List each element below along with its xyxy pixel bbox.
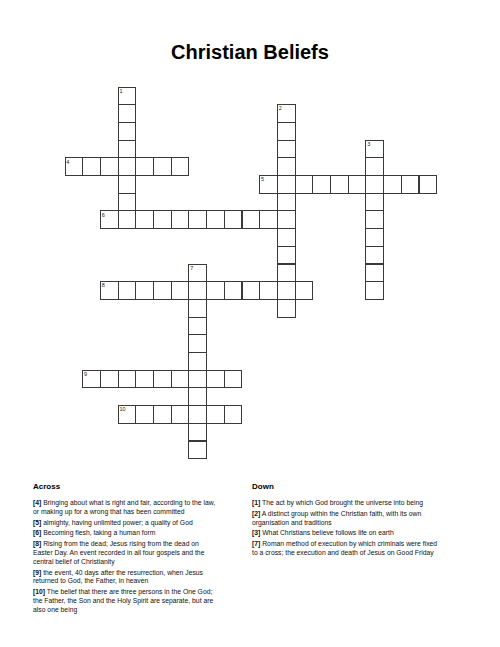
grid-cell[interactable] — [118, 122, 137, 141]
grid-cell[interactable] — [135, 210, 154, 229]
grid-cell[interactable] — [206, 281, 225, 300]
grid-cell[interactable] — [277, 122, 296, 141]
clue-label: [10] — [33, 588, 45, 595]
grid-cell[interactable] — [153, 210, 172, 229]
puzzle-title: Christian Beliefs — [0, 41, 500, 63]
grid-cell[interactable] — [295, 175, 314, 194]
grid-cell[interactable] — [259, 175, 278, 194]
grid-cell[interactable] — [135, 405, 154, 424]
clue-item: [6] Becoming flesh, taking a human form — [33, 529, 251, 538]
clue-text: The belief that there are three persons … — [33, 588, 213, 613]
grid-cell[interactable] — [188, 264, 207, 283]
grid-cell[interactable] — [100, 370, 119, 389]
grid-cell[interactable] — [224, 370, 243, 389]
across-clue-list: [4] Bringing about what is right and fai… — [33, 499, 251, 615]
clue-text: What Christians believe follows life on … — [262, 529, 393, 536]
grid-cell[interactable] — [171, 210, 190, 229]
grid-cell[interactable] — [188, 405, 207, 424]
grid-cell[interactable] — [242, 210, 261, 229]
grid-cell[interactable] — [365, 228, 384, 247]
grid-cell[interactable] — [383, 175, 402, 194]
grid-cell[interactable] — [188, 387, 207, 406]
grid-cell[interactable] — [330, 175, 349, 194]
grid-cell[interactable] — [419, 175, 438, 194]
clue-item: [7] Roman method of execution by which c… — [252, 540, 470, 558]
grid-cell[interactable] — [365, 246, 384, 265]
grid-cell[interactable] — [153, 370, 172, 389]
clue-label: [6] — [33, 529, 41, 536]
grid-cell[interactable] — [224, 405, 243, 424]
grid-cell[interactable] — [277, 175, 296, 194]
clue-label: [8] — [33, 540, 41, 547]
grid-cell[interactable] — [153, 405, 172, 424]
grid-cell[interactable] — [365, 281, 384, 300]
clue-item: [1] The act by which God brought the uni… — [252, 499, 470, 508]
grid-cell[interactable] — [401, 175, 420, 194]
grid-cell[interactable] — [118, 210, 137, 229]
grid-cell[interactable] — [188, 299, 207, 318]
clue-text: Roman method of execution by which crimi… — [252, 540, 437, 556]
grid-cell[interactable] — [171, 281, 190, 300]
clue-text: almighty, having unlimited power; a qual… — [43, 519, 193, 526]
grid-cell[interactable] — [135, 281, 154, 300]
grid-cell[interactable] — [118, 140, 137, 159]
clue-text: The act by which God brought the univers… — [262, 499, 423, 506]
grid-cell[interactable] — [118, 87, 137, 106]
grid-cell[interactable] — [365, 210, 384, 229]
grid-cell[interactable] — [365, 140, 384, 159]
grid-cell[interactable] — [206, 370, 225, 389]
grid-cell[interactable] — [242, 281, 261, 300]
grid-cell[interactable] — [171, 157, 190, 176]
grid-cell[interactable] — [259, 281, 278, 300]
grid-cell[interactable] — [277, 281, 296, 300]
clue-text: A distinct group within the Christian fa… — [252, 510, 421, 526]
clue-label: [4] — [33, 499, 41, 506]
grid-cell[interactable] — [153, 157, 172, 176]
grid-cell[interactable] — [171, 370, 190, 389]
grid-cell[interactable] — [277, 157, 296, 176]
puzzle-page: Christian Beliefs 12345678910 Across [4]… — [0, 0, 500, 647]
grid-cell[interactable] — [295, 281, 314, 300]
grid-cell[interactable] — [277, 299, 296, 318]
grid-cell[interactable] — [65, 157, 84, 176]
grid-cell[interactable] — [259, 210, 278, 229]
clue-label: [5] — [33, 519, 41, 526]
clue-label: [9] — [33, 569, 41, 576]
clue-text: the event, 40 days after the resurrectio… — [33, 569, 203, 585]
clue-item: [2] A distinct group within the Christia… — [252, 510, 470, 528]
grid-cell[interactable] — [277, 210, 296, 229]
clue-item: [8] Rising from the dead; Jesus rising f… — [33, 540, 251, 566]
grid-cell[interactable] — [277, 228, 296, 247]
clue-text: Rising from the dead; Jesus rising from … — [33, 540, 204, 565]
grid-cell[interactable] — [135, 370, 154, 389]
grid-cell[interactable] — [188, 317, 207, 336]
grid-cell[interactable] — [82, 157, 101, 176]
grid-cell[interactable] — [188, 441, 207, 460]
grid-cell[interactable] — [277, 140, 296, 159]
grid-cell[interactable] — [100, 157, 119, 176]
down-heading: Down — [252, 482, 470, 491]
clue-item: [5] almighty, having unlimited power; a … — [33, 519, 251, 528]
across-section: Across [4] Bringing about what is right … — [33, 482, 251, 617]
clue-text: Bringing about what is right and fair, a… — [33, 499, 215, 515]
grid-cell[interactable] — [277, 193, 296, 212]
grid-cell[interactable] — [118, 104, 137, 123]
grid-cell[interactable] — [118, 370, 137, 389]
grid-cell[interactable] — [348, 175, 367, 194]
clue-item: [3] What Christians believe follows life… — [252, 529, 470, 538]
grid-cell[interactable] — [118, 175, 137, 194]
grid-cell[interactable] — [188, 370, 207, 389]
grid-cell[interactable] — [171, 405, 190, 424]
clue-item: [4] Bringing about what is right and fai… — [33, 499, 251, 517]
grid-cell[interactable] — [365, 264, 384, 283]
across-heading: Across — [33, 482, 251, 491]
grid-cell[interactable] — [118, 193, 137, 212]
grid-cell[interactable] — [277, 246, 296, 265]
grid-cell[interactable] — [206, 210, 225, 229]
grid-cell[interactable] — [153, 281, 172, 300]
grid-cell[interactable] — [135, 157, 154, 176]
grid-cell[interactable] — [312, 175, 331, 194]
grid-cell[interactable] — [365, 175, 384, 194]
clue-label: [1] — [252, 499, 260, 506]
down-clue-list: [1] The act by which God brought the uni… — [252, 499, 470, 558]
grid-cell[interactable] — [118, 281, 137, 300]
crossword-grid: 12345678910 — [65, 87, 438, 460]
grid-cell[interactable] — [188, 423, 207, 442]
clue-text: Becoming flesh, taking a human form — [43, 529, 155, 536]
grid-cell[interactable] — [224, 281, 243, 300]
grid-cell[interactable] — [277, 264, 296, 283]
grid-cell[interactable] — [118, 405, 137, 424]
clue-label: [3] — [252, 529, 260, 536]
clue-label: [2] — [252, 510, 260, 517]
grid-cell[interactable] — [118, 157, 137, 176]
grid-cell[interactable] — [188, 281, 207, 300]
grid-cell[interactable] — [277, 104, 296, 123]
grid-cell[interactable] — [188, 334, 207, 353]
grid-cell[interactable] — [365, 157, 384, 176]
grid-cell[interactable] — [100, 281, 119, 300]
grid-cell[interactable] — [82, 370, 101, 389]
clue-item: [9] the event, 40 days after the resurre… — [33, 569, 251, 587]
grid-cell[interactable] — [188, 352, 207, 371]
down-section: Down [1] The act by which God brought th… — [252, 482, 470, 560]
grid-cell[interactable] — [365, 193, 384, 212]
grid-cell[interactable] — [224, 210, 243, 229]
grid-cell[interactable] — [206, 405, 225, 424]
clue-label: [7] — [252, 540, 260, 547]
grid-cell[interactable] — [188, 210, 207, 229]
clue-item: [10] The belief that there are three per… — [33, 588, 251, 614]
grid-cell[interactable] — [100, 210, 119, 229]
